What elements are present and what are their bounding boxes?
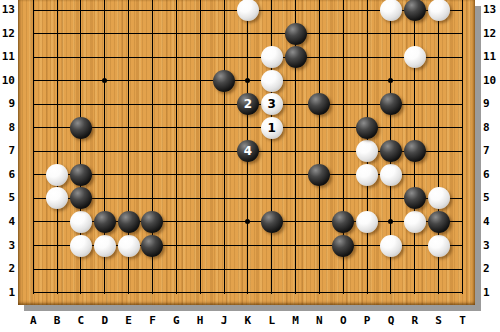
row-label-left-2: 2 [0, 261, 15, 277]
row-label-right-7: 7 [483, 143, 500, 159]
stone-black-C8[interactable] [70, 117, 92, 139]
stone-black-O3[interactable] [332, 235, 354, 257]
col-label-D: D [93, 313, 117, 329]
stone-white-L9[interactable]: 3 [261, 93, 283, 115]
stone-white-K13[interactable] [237, 0, 259, 21]
stone-black-M11[interactable] [285, 46, 307, 68]
stone-white-Q6[interactable] [380, 164, 402, 186]
stone-white-R4[interactable] [404, 211, 426, 233]
col-label-T: T [451, 313, 475, 329]
row-label-left-10: 10 [0, 73, 15, 89]
col-label-K: K [236, 313, 260, 329]
row-label-right-1: 1 [483, 285, 500, 301]
stone-white-C4[interactable] [70, 211, 92, 233]
row-label-left-8: 8 [0, 120, 15, 136]
col-label-Q: Q [379, 313, 403, 329]
col-label-C: C [69, 313, 93, 329]
row-label-left-7: 7 [0, 143, 15, 159]
row-label-left-13: 13 [0, 2, 15, 18]
stone-white-Q13[interactable] [380, 0, 402, 21]
stone-white-L8[interactable]: 1 [261, 117, 283, 139]
grid-line-col-B [57, 0, 58, 294]
move-number-1: 1 [268, 122, 276, 134]
stone-black-C6[interactable] [70, 164, 92, 186]
grid-line-col-J [224, 0, 225, 294]
grid-line-row-1 [33, 292, 463, 293]
stone-black-K9[interactable]: 2 [237, 93, 259, 115]
grid-line-row-11 [33, 57, 463, 58]
row-label-right-9: 9 [483, 96, 500, 112]
stone-black-F3[interactable] [141, 235, 163, 257]
grid-line-row-5 [33, 198, 463, 199]
col-label-A: A [21, 313, 45, 329]
grid-line-col-G [176, 0, 177, 294]
stone-white-L10[interactable] [261, 70, 283, 92]
row-label-left-5: 5 [0, 190, 15, 206]
col-label-G: G [164, 313, 188, 329]
row-label-right-5: 5 [483, 190, 500, 206]
stone-white-Q3[interactable] [380, 235, 402, 257]
col-label-E: E [117, 313, 141, 329]
col-label-J: J [212, 313, 236, 329]
grid-line-row-8 [33, 127, 463, 128]
row-label-left-12: 12 [0, 26, 15, 42]
stone-white-P4[interactable] [356, 211, 378, 233]
row-label-left-11: 11 [0, 49, 15, 65]
col-label-F: F [140, 313, 164, 329]
col-label-P: P [355, 313, 379, 329]
stone-black-R13[interactable] [404, 0, 426, 21]
row-label-left-4: 4 [0, 214, 15, 230]
stone-white-D3[interactable] [94, 235, 116, 257]
row-label-right-6: 6 [483, 167, 500, 183]
stone-white-E3[interactable] [118, 235, 140, 257]
grid-line-col-N [319, 0, 320, 294]
stone-black-L4[interactable] [261, 211, 283, 233]
row-label-right-3: 3 [483, 238, 500, 254]
grid-line-row-2 [33, 269, 463, 270]
move-number-4: 4 [244, 145, 252, 157]
col-label-R: R [403, 313, 427, 329]
stone-white-S5[interactable] [428, 187, 450, 209]
stone-black-E4[interactable] [118, 211, 140, 233]
col-label-B: B [45, 313, 69, 329]
row-label-right-8: 8 [483, 120, 500, 136]
row-label-right-13: 13 [483, 2, 500, 18]
screenshot-root: 3124 1313121211111010998877665544332211A… [0, 0, 500, 332]
col-label-O: O [331, 313, 355, 329]
stone-white-R11[interactable] [404, 46, 426, 68]
grid-line-col-A [33, 0, 34, 294]
col-label-H: H [188, 313, 212, 329]
row-label-right-10: 10 [483, 73, 500, 89]
stone-black-R7[interactable] [404, 140, 426, 162]
col-label-M: M [284, 313, 308, 329]
stone-white-S3[interactable] [428, 235, 450, 257]
stone-black-J10[interactable] [213, 70, 235, 92]
row-label-left-6: 6 [0, 167, 15, 183]
grid-line-col-T [462, 0, 463, 294]
col-label-S: S [427, 313, 451, 329]
move-number-2: 2 [244, 98, 252, 110]
stone-white-B6[interactable] [46, 164, 68, 186]
row-label-right-12: 12 [483, 26, 500, 42]
stone-black-K7[interactable]: 4 [237, 140, 259, 162]
row-label-right-2: 2 [483, 261, 500, 277]
grid-line-col-L [271, 0, 272, 294]
grid-line-col-H [200, 0, 201, 294]
stone-black-S4[interactable] [428, 211, 450, 233]
stone-black-D4[interactable] [94, 211, 116, 233]
col-label-L: L [260, 313, 284, 329]
stone-black-M12[interactable] [285, 23, 307, 45]
row-label-left-9: 9 [0, 96, 15, 112]
grid-line-row-12 [33, 33, 463, 34]
row-label-left-3: 3 [0, 238, 15, 254]
stone-black-P8[interactable] [356, 117, 378, 139]
stone-white-C3[interactable] [70, 235, 92, 257]
stone-white-P6[interactable] [356, 164, 378, 186]
stone-white-S13[interactable] [428, 0, 450, 21]
move-number-3: 3 [268, 98, 276, 110]
col-label-N: N [307, 313, 331, 329]
stone-white-L11[interactable] [261, 46, 283, 68]
stone-black-Q9[interactable] [380, 93, 402, 115]
row-label-right-4: 4 [483, 214, 500, 230]
row-label-right-11: 11 [483, 49, 500, 65]
row-label-left-1: 1 [0, 285, 15, 301]
